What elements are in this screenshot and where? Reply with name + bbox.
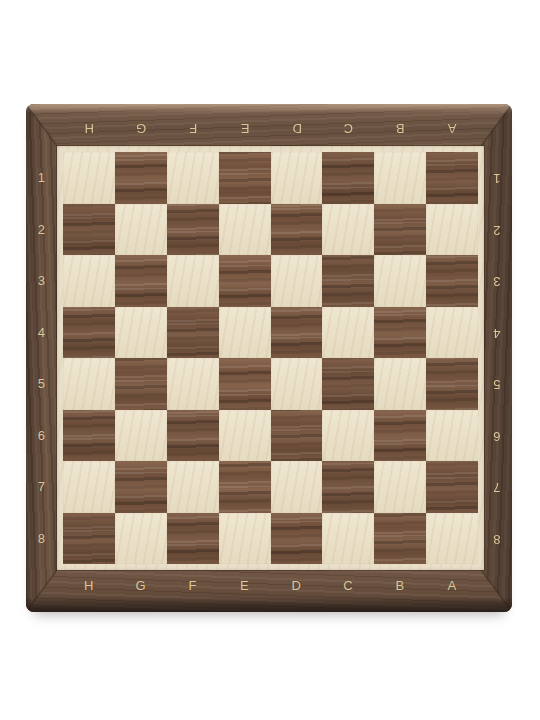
square-g1[interactable] xyxy=(115,152,167,204)
square-b3[interactable] xyxy=(374,255,426,307)
file-label-bottom-F: F xyxy=(167,570,219,600)
square-b1[interactable] xyxy=(374,152,426,204)
square-d5[interactable] xyxy=(271,358,323,410)
rank-label-right-5: 5 xyxy=(481,358,512,410)
square-g2[interactable] xyxy=(115,204,167,256)
rank-label-left-5: 5 xyxy=(26,358,57,410)
rank-labels-left: 12345678 xyxy=(26,152,57,564)
square-f5[interactable] xyxy=(167,358,219,410)
square-e8[interactable] xyxy=(219,513,271,565)
square-d1[interactable] xyxy=(271,152,323,204)
square-g4[interactable] xyxy=(115,307,167,359)
rank-labels-right: 12345678 xyxy=(481,152,512,564)
file-label-top-G: G xyxy=(115,111,167,146)
square-d7[interactable] xyxy=(271,461,323,513)
square-c7[interactable] xyxy=(322,461,374,513)
square-a2[interactable] xyxy=(426,204,478,256)
square-c2[interactable] xyxy=(322,204,374,256)
rank-label-right-7: 7 xyxy=(481,461,512,513)
square-e7[interactable] xyxy=(219,461,271,513)
rank-label-right-4: 4 xyxy=(481,307,512,359)
square-h8[interactable] xyxy=(63,513,115,565)
square-e6[interactable] xyxy=(219,410,271,462)
square-c5[interactable] xyxy=(322,358,374,410)
file-label-top-D: D xyxy=(271,111,323,146)
square-f3[interactable] xyxy=(167,255,219,307)
square-a3[interactable] xyxy=(426,255,478,307)
square-e2[interactable] xyxy=(219,204,271,256)
file-label-bottom-A: A xyxy=(426,570,478,600)
square-a5[interactable] xyxy=(426,358,478,410)
square-g5[interactable] xyxy=(115,358,167,410)
square-c8[interactable] xyxy=(322,513,374,565)
square-f1[interactable] xyxy=(167,152,219,204)
board-grid xyxy=(63,152,478,564)
rank-label-right-3: 3 xyxy=(481,255,512,307)
square-e4[interactable] xyxy=(219,307,271,359)
square-b6[interactable] xyxy=(374,410,426,462)
rank-label-right-6: 6 xyxy=(481,410,512,462)
file-label-bottom-G: G xyxy=(115,570,167,600)
file-labels-top: HGFEDCBA xyxy=(63,111,478,146)
file-label-bottom-H: H xyxy=(63,570,115,600)
square-d6[interactable] xyxy=(271,410,323,462)
square-c6[interactable] xyxy=(322,410,374,462)
square-a6[interactable] xyxy=(426,410,478,462)
file-labels-bottom: HGFEDCBA xyxy=(63,570,478,600)
file-label-top-A: A xyxy=(426,111,478,146)
square-b2[interactable] xyxy=(374,204,426,256)
square-c4[interactable] xyxy=(322,307,374,359)
file-label-top-F: F xyxy=(167,111,219,146)
square-e5[interactable] xyxy=(219,358,271,410)
square-h6[interactable] xyxy=(63,410,115,462)
square-a8[interactable] xyxy=(426,513,478,565)
square-g7[interactable] xyxy=(115,461,167,513)
square-a4[interactable] xyxy=(426,307,478,359)
rank-label-left-2: 2 xyxy=(26,204,57,256)
square-h3[interactable] xyxy=(63,255,115,307)
square-e1[interactable] xyxy=(219,152,271,204)
square-h1[interactable] xyxy=(63,152,115,204)
square-a1[interactable] xyxy=(426,152,478,204)
chess-board: HGFEDCBA HGFEDCBA 12345678 12345678 xyxy=(26,104,512,612)
rank-label-right-2: 2 xyxy=(481,204,512,256)
file-label-top-E: E xyxy=(219,111,271,146)
rank-label-left-1: 1 xyxy=(26,152,57,204)
square-f8[interactable] xyxy=(167,513,219,565)
square-h4[interactable] xyxy=(63,307,115,359)
square-f6[interactable] xyxy=(167,410,219,462)
square-g6[interactable] xyxy=(115,410,167,462)
rank-label-left-7: 7 xyxy=(26,461,57,513)
file-label-bottom-C: C xyxy=(322,570,374,600)
rank-label-left-3: 3 xyxy=(26,255,57,307)
rank-label-left-6: 6 xyxy=(26,410,57,462)
file-label-top-B: B xyxy=(374,111,426,146)
file-label-bottom-B: B xyxy=(374,570,426,600)
square-h7[interactable] xyxy=(63,461,115,513)
square-a7[interactable] xyxy=(426,461,478,513)
square-d4[interactable] xyxy=(271,307,323,359)
file-label-bottom-D: D xyxy=(271,570,323,600)
page-background: HGFEDCBA HGFEDCBA 12345678 12345678 xyxy=(0,0,540,720)
square-g8[interactable] xyxy=(115,513,167,565)
square-f4[interactable] xyxy=(167,307,219,359)
square-c1[interactable] xyxy=(322,152,374,204)
square-d2[interactable] xyxy=(271,204,323,256)
rank-label-left-8: 8 xyxy=(26,513,57,565)
square-b5[interactable] xyxy=(374,358,426,410)
square-b4[interactable] xyxy=(374,307,426,359)
playing-area-maple-border xyxy=(57,146,484,570)
square-h2[interactable] xyxy=(63,204,115,256)
square-f7[interactable] xyxy=(167,461,219,513)
square-e3[interactable] xyxy=(219,255,271,307)
square-c3[interactable] xyxy=(322,255,374,307)
file-label-bottom-E: E xyxy=(219,570,271,600)
square-d8[interactable] xyxy=(271,513,323,565)
file-label-top-C: C xyxy=(322,111,374,146)
square-b7[interactable] xyxy=(374,461,426,513)
file-label-top-H: H xyxy=(63,111,115,146)
rank-label-left-4: 4 xyxy=(26,307,57,359)
rank-label-right-1: 1 xyxy=(481,152,512,204)
rank-label-right-8: 8 xyxy=(481,513,512,565)
square-b8[interactable] xyxy=(374,513,426,565)
square-g3[interactable] xyxy=(115,255,167,307)
square-h5[interactable] xyxy=(63,358,115,410)
square-d3[interactable] xyxy=(271,255,323,307)
square-f2[interactable] xyxy=(167,204,219,256)
